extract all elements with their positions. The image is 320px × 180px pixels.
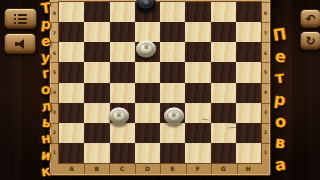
rank-label: 8 (262, 9, 269, 15)
checkers-board: ♛♛♛♛ ABCDEFGH 87654321 87654321 (49, 0, 271, 176)
file-label: B (84, 164, 109, 174)
pieces-layer: ♛♛♛♛ (50, 0, 270, 175)
title-letter: н (40, 131, 52, 146)
title-letter: е (40, 33, 51, 48)
black-king-d8[interactable]: ♛ (136, 0, 156, 12)
title-letter: л (40, 98, 52, 113)
file-label: A (59, 164, 84, 174)
sound-button[interactable] (4, 33, 36, 54)
file-label: D (135, 164, 160, 174)
menu-button[interactable] (4, 8, 37, 29)
crown-mark: ♛ (170, 112, 177, 120)
title-letter: у (41, 49, 52, 64)
title-letter: г (41, 66, 50, 81)
file-label: E (160, 164, 185, 174)
title-letter: р (40, 17, 52, 32)
study-title-right: Петрова (265, 27, 295, 173)
title-letter: П (272, 26, 287, 44)
title-letter: Т (40, 0, 51, 15)
white-king-c3[interactable]: ♛ (109, 108, 129, 125)
study-title-left: Треугольник (33, 1, 59, 178)
redo-button[interactable]: ↻ (300, 31, 320, 50)
sound-speaker-icon (15, 39, 26, 49)
title-letter: к (40, 163, 51, 178)
undo-arrow-icon: ↶ (305, 13, 315, 25)
title-letter: а (274, 156, 287, 173)
game-screen: ♛♛♛♛ ABCDEFGH 87654321 87654321 Треуголь… (0, 0, 320, 180)
title-letter: о (40, 82, 51, 97)
file-labels: ABCDEFGH (59, 164, 261, 174)
crown-mark: ♛ (143, 0, 150, 7)
title-letter: о (273, 113, 286, 130)
title-letter: т (274, 70, 285, 87)
file-label: H (236, 164, 261, 174)
file-label: G (211, 164, 236, 174)
crown-mark: ♛ (143, 44, 150, 52)
title-letter: в (274, 135, 286, 152)
title-letter: ь (41, 115, 51, 130)
menu-list-icon (14, 14, 27, 24)
file-label: C (110, 164, 135, 174)
redo-arrow-icon: ↻ (305, 35, 315, 47)
title-letter: р (273, 91, 286, 108)
crown-mark: ♛ (115, 112, 122, 120)
white-king-d6[interactable]: ♛ (136, 40, 156, 57)
white-king-e3[interactable]: ♛ (164, 108, 184, 125)
title-letter: е (274, 48, 287, 65)
title-letter: и (40, 147, 51, 162)
file-label: F (185, 164, 210, 174)
undo-button[interactable]: ↶ (300, 9, 320, 28)
